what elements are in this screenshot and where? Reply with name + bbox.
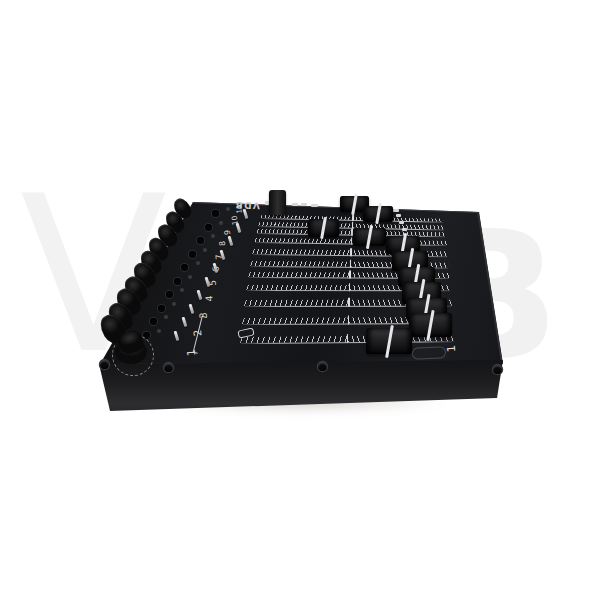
jack-hole [150,318,157,325]
fader-cap[interactable] [363,206,393,223]
silkscreen-mark [402,228,407,231]
center-tick [347,315,349,324]
center-tick [349,271,351,279]
oval-cutout [412,346,447,360]
center-tick [350,238,352,245]
tick-scale [244,299,349,305]
channel-label-left: 8 [218,241,227,247]
screw [318,362,327,371]
silkscreen-mark [292,203,298,206]
panel-hole [211,234,215,238]
center-tick [348,283,350,291]
panel-hole [172,302,176,306]
jack-hole [174,278,181,285]
tick-scale [250,261,350,266]
jack-hole [197,237,204,244]
channel-label-left: 9 [223,230,232,236]
center-tick [346,334,348,343]
panel-hole [157,329,161,333]
center-tick [348,297,350,306]
silkscreen-mark [301,203,307,206]
panel-hole [188,275,192,279]
fader-cap[interactable] [366,328,412,353]
panel-hole [164,315,168,319]
channel-label-left: 1 [185,348,199,356]
tick-scale [254,238,351,243]
product-photo: V D B VDB 123456789101112 [0,0,600,600]
channel-label-left: 3 [197,312,209,319]
center-tick [350,248,352,256]
channel-label-right: 1 [445,344,459,352]
center-tick [351,221,353,228]
silkscreen-mark [399,221,404,224]
encoder-knob[interactable] [269,190,286,215]
center-tick [349,259,351,267]
jack-hole [181,264,188,271]
screw [100,360,109,369]
fader-cap[interactable] [308,219,339,236]
panel-hole [180,288,184,292]
tick-scale [261,215,353,220]
silkscreen-mark [396,214,401,217]
tick-scale [242,317,348,323]
channel-label-left: 4 [203,295,214,302]
panel-hole [203,248,207,252]
screw [493,365,502,374]
panel-hole [219,221,223,225]
tick-scale [252,249,351,255]
jack-hole [189,251,196,258]
panel-hole [226,207,230,211]
silkscreen-mark [311,204,318,207]
fader-cap[interactable] [353,228,386,246]
tick-scale [246,285,349,290]
jack-hole [212,210,219,217]
fader-cap[interactable] [409,313,452,337]
silkscreen-mark [393,209,399,212]
tick-scale [240,336,347,343]
jack-hole [205,224,212,231]
panel-hole [196,261,200,265]
jack-hole [166,291,173,298]
jack-hole [158,305,165,312]
center-tick [352,215,354,221]
tick-scale [248,272,350,278]
screw [164,363,173,372]
channel-label-left: 2 [191,329,204,337]
